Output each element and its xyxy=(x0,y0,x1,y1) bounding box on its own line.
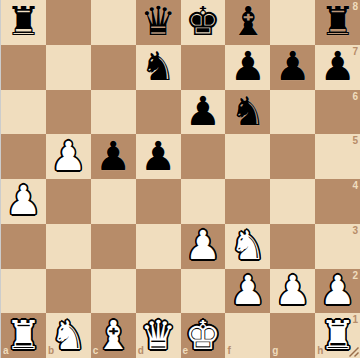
file-label-f: f xyxy=(227,346,230,356)
rank-label-6: 6 xyxy=(352,92,358,102)
square-b1[interactable]: ♞b xyxy=(46,313,91,358)
square-c1[interactable]: ♝c xyxy=(91,313,136,358)
square-f7[interactable]: ♟ xyxy=(225,45,270,90)
piece-white-rook[interactable]: ♜ xyxy=(6,315,42,355)
square-g4[interactable] xyxy=(270,179,315,224)
square-g8[interactable] xyxy=(270,0,315,45)
board-resize-handle[interactable] xyxy=(348,346,359,357)
piece-black-knight[interactable]: ♞ xyxy=(140,46,176,86)
file-label-e: e xyxy=(183,346,189,356)
piece-white-knight[interactable]: ♞ xyxy=(50,315,86,355)
square-c6[interactable] xyxy=(91,90,136,135)
square-b2[interactable] xyxy=(46,269,91,314)
square-c4[interactable] xyxy=(91,179,136,224)
square-d3[interactable] xyxy=(136,224,181,269)
square-h6[interactable]: 6 xyxy=(315,90,360,135)
piece-black-pawn[interactable]: ♟ xyxy=(140,136,176,176)
rank-label-4: 4 xyxy=(352,181,358,191)
square-b4[interactable] xyxy=(46,179,91,224)
piece-white-pawn[interactable]: ♟ xyxy=(185,225,221,265)
square-d8[interactable]: ♛ xyxy=(136,0,181,45)
square-f5[interactable] xyxy=(225,134,270,179)
square-h4[interactable]: 4 xyxy=(315,179,360,224)
piece-white-king[interactable]: ♚ xyxy=(185,315,221,355)
file-label-g: g xyxy=(272,346,278,356)
piece-black-pawn[interactable]: ♟ xyxy=(230,46,266,86)
chess-board: ♜♛♚♝♜8♞♟♟♟7♟♞6♟♟♟5♟4♟♞3♟♟♟2♜a♞b♝c♛d♚efg♜… xyxy=(0,0,360,358)
square-b7[interactable] xyxy=(46,45,91,90)
square-e3[interactable]: ♟ xyxy=(181,224,226,269)
file-label-h: h xyxy=(317,346,323,356)
square-c2[interactable] xyxy=(91,269,136,314)
square-a2[interactable] xyxy=(1,269,46,314)
file-label-a: a xyxy=(3,346,9,356)
square-g2[interactable]: ♟ xyxy=(270,269,315,314)
piece-white-pawn[interactable]: ♟ xyxy=(230,270,266,310)
rank-label-8: 8 xyxy=(352,2,358,12)
piece-black-rook[interactable]: ♜ xyxy=(320,1,356,41)
square-d1[interactable]: ♛d xyxy=(136,313,181,358)
piece-black-knight[interactable]: ♞ xyxy=(230,91,266,131)
square-a7[interactable] xyxy=(1,45,46,90)
file-label-d: d xyxy=(138,346,144,356)
piece-black-pawn[interactable]: ♟ xyxy=(275,46,311,86)
rank-label-1: 1 xyxy=(352,315,358,325)
square-h3[interactable]: 3 xyxy=(315,224,360,269)
square-g6[interactable] xyxy=(270,90,315,135)
square-f6[interactable]: ♞ xyxy=(225,90,270,135)
square-g7[interactable]: ♟ xyxy=(270,45,315,90)
piece-white-pawn[interactable]: ♟ xyxy=(320,270,356,310)
square-e4[interactable] xyxy=(181,179,226,224)
rank-label-7: 7 xyxy=(352,47,358,57)
piece-black-pawn[interactable]: ♟ xyxy=(185,91,221,131)
square-e7[interactable] xyxy=(181,45,226,90)
square-a3[interactable] xyxy=(1,224,46,269)
square-c5[interactable]: ♟ xyxy=(91,134,136,179)
square-e2[interactable] xyxy=(181,269,226,314)
file-label-c: c xyxy=(93,346,99,356)
square-f8[interactable]: ♝ xyxy=(225,0,270,45)
square-d7[interactable]: ♞ xyxy=(136,45,181,90)
square-e6[interactable]: ♟ xyxy=(181,90,226,135)
square-b5[interactable]: ♟ xyxy=(46,134,91,179)
square-d4[interactable] xyxy=(136,179,181,224)
square-f1[interactable]: f xyxy=(225,313,270,358)
square-a6[interactable] xyxy=(1,90,46,135)
piece-white-knight[interactable]: ♞ xyxy=(230,225,266,265)
square-e5[interactable] xyxy=(181,134,226,179)
square-a5[interactable] xyxy=(1,134,46,179)
square-d6[interactable] xyxy=(136,90,181,135)
piece-white-bishop[interactable]: ♝ xyxy=(95,315,131,355)
square-f4[interactable] xyxy=(225,179,270,224)
piece-white-queen[interactable]: ♛ xyxy=(140,315,176,355)
square-a4[interactable]: ♟ xyxy=(1,179,46,224)
square-c3[interactable] xyxy=(91,224,136,269)
piece-black-bishop[interactable]: ♝ xyxy=(230,1,266,41)
piece-black-queen[interactable]: ♛ xyxy=(140,1,176,41)
square-h8[interactable]: ♜8 xyxy=(315,0,360,45)
square-c7[interactable] xyxy=(91,45,136,90)
board-grid: ♜♛♚♝♜8♞♟♟♟7♟♞6♟♟♟5♟4♟♞3♟♟♟2♜a♞b♝c♛d♚efg♜… xyxy=(1,0,360,358)
square-c8[interactable] xyxy=(91,0,136,45)
square-h7[interactable]: ♟7 xyxy=(315,45,360,90)
piece-black-rook[interactable]: ♜ xyxy=(6,1,42,41)
square-f2[interactable]: ♟ xyxy=(225,269,270,314)
rank-label-3: 3 xyxy=(352,226,358,236)
square-b3[interactable] xyxy=(46,224,91,269)
piece-black-pawn[interactable]: ♟ xyxy=(95,136,131,176)
square-b8[interactable] xyxy=(46,0,91,45)
square-d2[interactable] xyxy=(136,269,181,314)
piece-black-pawn[interactable]: ♟ xyxy=(320,46,356,86)
square-a1[interactable]: ♜a xyxy=(1,313,46,358)
square-f3[interactable]: ♞ xyxy=(225,224,270,269)
square-h2[interactable]: ♟2 xyxy=(315,269,360,314)
square-a8[interactable]: ♜ xyxy=(1,0,46,45)
file-label-b: b xyxy=(48,346,54,356)
square-d5[interactable]: ♟ xyxy=(136,134,181,179)
piece-black-king[interactable]: ♚ xyxy=(185,1,221,41)
square-b6[interactable] xyxy=(46,90,91,135)
square-g5[interactable] xyxy=(270,134,315,179)
rank-label-5: 5 xyxy=(352,136,358,146)
square-e8[interactable]: ♚ xyxy=(181,0,226,45)
rank-label-2: 2 xyxy=(352,271,358,281)
piece-white-pawn[interactable]: ♟ xyxy=(50,136,86,176)
piece-white-pawn[interactable]: ♟ xyxy=(275,270,311,310)
square-e1[interactable]: ♚e xyxy=(181,313,226,358)
square-g3[interactable] xyxy=(270,224,315,269)
square-h5[interactable]: 5 xyxy=(315,134,360,179)
piece-white-pawn[interactable]: ♟ xyxy=(6,180,42,220)
square-g1[interactable]: g xyxy=(270,313,315,358)
